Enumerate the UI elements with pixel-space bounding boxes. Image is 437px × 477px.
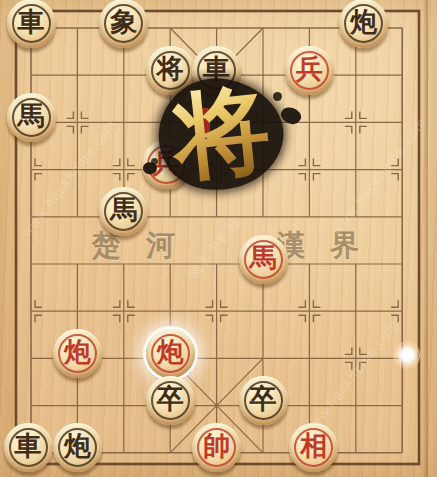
piece-red-soldier[interactable]: 兵 — [142, 140, 191, 189]
piece-glyph: 相 — [300, 433, 327, 460]
piece-black-cannon[interactable]: 炮 — [53, 423, 102, 472]
piece-glyph: 車 — [18, 9, 45, 36]
piece-red-cannon[interactable]: 炮 — [53, 329, 102, 378]
piece-black-soldier[interactable]: 卒 — [146, 376, 195, 425]
piece-glyph: 車 — [15, 433, 42, 460]
piece-glyph: 象 — [110, 9, 137, 36]
piece-glyph: 卒 — [157, 386, 184, 413]
river-label-han: 漢 界 — [276, 226, 368, 266]
piece-glyph: 車 — [203, 56, 230, 83]
piece-glyph: 馬 — [250, 245, 277, 272]
piece-glyph: 馬 — [18, 103, 45, 130]
piece-black-cannon[interactable]: 炮 — [339, 0, 388, 48]
piece-red-minister[interactable]: 相 — [289, 423, 338, 472]
piece-glyph: 炮 — [64, 433, 91, 460]
piece-black-horse[interactable]: 馬 — [7, 93, 56, 142]
piece-red-cannon[interactable]: 炮 — [146, 329, 195, 378]
piece-black-chariot[interactable]: 車 — [7, 0, 56, 48]
piece-glyph: 兵 — [296, 56, 323, 83]
piece-red-horse[interactable]: 馬 — [239, 235, 288, 284]
board-edge-shadow — [423, 0, 428, 477]
river-label-chu: 楚 河 — [92, 226, 184, 266]
piece-red-soldier[interactable]: 兵 — [285, 46, 334, 95]
piece-glyph: 炮 — [64, 339, 91, 366]
piece-glyph: 炮 — [350, 9, 377, 36]
piece-black-soldier[interactable]: 卒 — [239, 376, 288, 425]
piece-glyph: 兵 — [153, 150, 180, 177]
sparkle-effect-dot — [392, 340, 422, 370]
piece-glyph: 馬 — [110, 197, 137, 224]
piece-glyph: 帥 — [203, 433, 230, 460]
piece-black-elephant[interactable]: 象 — [99, 0, 148, 48]
piece-black-general[interactable]: 将 — [146, 46, 195, 95]
piece-glyph: 卒 — [250, 386, 277, 413]
piece-black-chariot[interactable]: 車 — [192, 46, 241, 95]
piece-glyph: 将 — [157, 56, 184, 83]
piece-black-chariot[interactable]: 車 — [4, 423, 53, 472]
piece-glyph: 炮 — [157, 339, 184, 366]
xiangqi-game-screen: 楚 河 漢 界 www.hackhome.com嗨客手机站www.hackhom… — [0, 0, 437, 477]
